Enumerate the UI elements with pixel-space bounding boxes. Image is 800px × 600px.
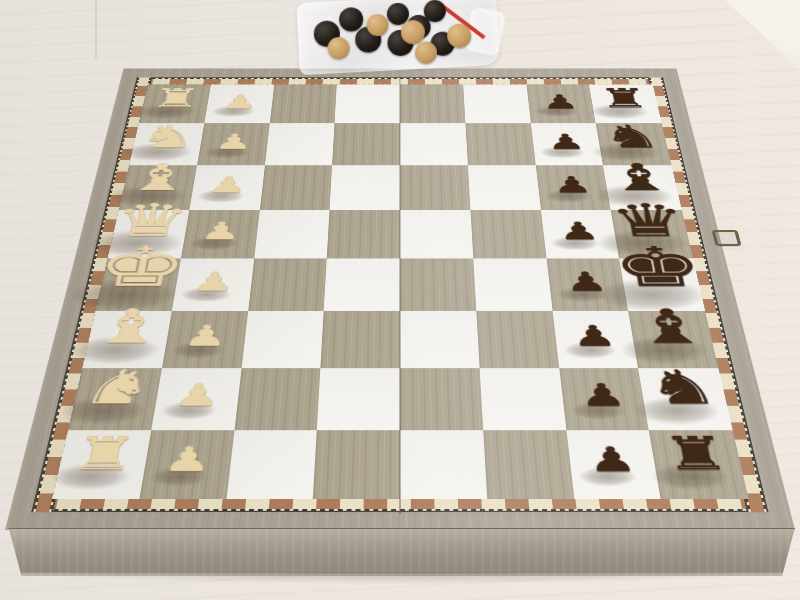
- piece-white-bishop: ♝: [88, 303, 171, 350]
- square-g4: [317, 368, 400, 431]
- piece-black-bishop: ♝: [629, 303, 712, 350]
- piece-black-pawn: ♟: [586, 443, 639, 477]
- piece-white-bishop: ♝: [124, 159, 196, 196]
- piece-white-pawn: ♟: [172, 380, 222, 411]
- square-e3: [248, 258, 328, 311]
- piece-black-bishop: ♝: [604, 159, 676, 196]
- piece-white-pawn: ♟: [182, 322, 230, 350]
- square-e6: [473, 258, 553, 311]
- piece-white-knight: ♞: [137, 121, 201, 153]
- scene: ♜♟♟♜♞♟♟♞♝♟♟♝♛♟♟♛♚♟♟♚♝♟♟♝♞♟♟♞♜♟♟♜: [0, 0, 800, 600]
- square-d6: [470, 210, 546, 259]
- square-e4: [324, 258, 401, 311]
- piece-black-rook: ♜: [659, 431, 733, 476]
- piece-black-knight: ♞: [643, 364, 722, 411]
- square-c5: [400, 165, 471, 210]
- square-h4: [313, 430, 400, 498]
- square-h5: [400, 430, 487, 498]
- piece-black-king: ♚: [608, 240, 708, 295]
- square-a3: [269, 85, 337, 124]
- square-d3: [254, 210, 330, 259]
- chess-board: ♜♟♟♜♞♟♟♞♝♟♟♝♛♟♟♛♚♟♟♚♝♟♟♝♞♟♟♞♜♟♟♜: [5, 68, 795, 530]
- piece-black-pawn: ♟: [563, 269, 609, 295]
- board-clasp-ring: [712, 230, 742, 246]
- square-c6: [468, 165, 541, 210]
- square-f5: [400, 311, 480, 368]
- square-g3: [234, 368, 321, 431]
- checkers-bag: [296, 0, 499, 75]
- piece-black-knight: ♞: [600, 121, 664, 153]
- piece-black-pawn: ♟: [541, 92, 580, 111]
- piece-black-pawn: ♟: [557, 219, 601, 243]
- piece-white-king: ♚: [91, 240, 191, 295]
- square-f4: [321, 311, 401, 368]
- wood-checker-disc: [327, 37, 350, 60]
- square-c3: [259, 165, 332, 210]
- wood-checker-disc: [366, 13, 389, 36]
- board-front-edge: [4, 528, 798, 576]
- square-h6: [483, 430, 574, 498]
- square-d4: [327, 210, 401, 259]
- piece-black-pawn: ♟: [551, 174, 593, 196]
- square-a5: [400, 85, 466, 124]
- square-a6: [463, 85, 531, 124]
- piece-white-pawn: ♟: [199, 219, 243, 243]
- square-c4: [330, 165, 401, 210]
- square-f6: [476, 311, 559, 368]
- square-b6: [465, 123, 536, 165]
- square-d5: [400, 210, 474, 259]
- piece-white-pawn: ♟: [162, 443, 215, 477]
- piece-white-pawn: ♟: [207, 174, 249, 196]
- square-b4: [332, 123, 400, 165]
- piece-white-rook: ♜: [67, 431, 141, 476]
- piece-white-pawn: ♟: [191, 269, 237, 295]
- square-g5: [400, 368, 483, 431]
- piece-black-pawn: ♟: [578, 380, 628, 411]
- square-h3: [226, 430, 317, 498]
- photo-stage: ♜♟♟♜♞♟♟♞♝♟♟♝♛♟♟♛♚♟♟♚♝♟♟♝♞♟♟♞♜♟♟♜: [0, 0, 800, 600]
- piece-black-rook: ♜: [597, 85, 651, 111]
- square-b5: [400, 123, 468, 165]
- piece-white-pawn: ♟: [214, 131, 255, 152]
- wood-checker-disc: [414, 41, 437, 64]
- piece-white-knight: ♞: [78, 364, 157, 411]
- piece-black-pawn: ♟: [570, 322, 618, 350]
- piece-black-pawn: ♟: [546, 131, 587, 152]
- dark-checker-disc: [423, 0, 446, 23]
- board-shadow: [10, 572, 790, 584]
- piece-white-pawn: ♟: [220, 92, 259, 111]
- square-g6: [479, 368, 566, 431]
- piece-white-rook: ♜: [149, 85, 203, 111]
- square-a4: [335, 85, 401, 124]
- square-b3: [265, 123, 336, 165]
- square-e5: [400, 258, 477, 311]
- square-f3: [241, 311, 324, 368]
